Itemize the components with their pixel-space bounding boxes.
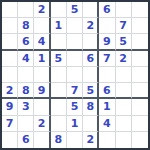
cell-r9c7[interactable] (99, 132, 115, 148)
given-digit-r8c7[interactable]: 4 (99, 116, 115, 132)
cell-r1c8[interactable] (116, 2, 132, 18)
cell-r3c4[interactable] (51, 34, 67, 50)
given-digit-r8c1[interactable]: 7 (2, 116, 18, 132)
cell-r1c4[interactable] (51, 2, 67, 18)
given-digit-r1c3[interactable]: 2 (34, 2, 50, 18)
given-digit-r4c8[interactable]: 2 (116, 51, 132, 67)
cell-r8c8[interactable] (116, 116, 132, 132)
cell-r2c5[interactable] (67, 18, 83, 34)
given-digit-r4c4[interactable]: 5 (51, 51, 67, 67)
given-digit-r6c6[interactable]: 5 (83, 83, 99, 99)
given-digit-r9c6[interactable]: 2 (83, 132, 99, 148)
given-digit-r2c8[interactable]: 7 (116, 18, 132, 34)
given-digit-r7c2[interactable]: 3 (18, 99, 34, 115)
sudoku-board: 25681276495415672289756935817214682 (0, 0, 150, 150)
cell-r7c3[interactable] (34, 99, 50, 115)
cell-r4c1[interactable] (2, 51, 18, 67)
cell-r8c4[interactable] (51, 116, 67, 132)
cell-r5c9[interactable] (132, 67, 148, 83)
given-digit-r7c6[interactable]: 8 (83, 99, 99, 115)
cell-r6c4[interactable] (51, 83, 67, 99)
cell-r4c9[interactable] (132, 51, 148, 67)
given-digit-r7c5[interactable]: 5 (67, 99, 83, 115)
cell-r5c5[interactable] (67, 67, 83, 83)
cell-r5c4[interactable] (51, 67, 67, 83)
given-digit-r6c3[interactable]: 9 (34, 83, 50, 99)
cell-r5c7[interactable] (99, 67, 115, 83)
cell-r8c6[interactable] (83, 116, 99, 132)
given-digit-r6c5[interactable]: 7 (67, 83, 83, 99)
given-digit-r3c8[interactable]: 5 (116, 34, 132, 50)
cell-r8c9[interactable] (132, 116, 148, 132)
cell-r2c7[interactable] (99, 18, 115, 34)
cell-r2c1[interactable] (2, 18, 18, 34)
cell-r5c6[interactable] (83, 67, 99, 83)
cell-r7c8[interactable] (116, 99, 132, 115)
given-digit-r9c4[interactable]: 8 (51, 132, 67, 148)
given-digit-r1c5[interactable]: 5 (67, 2, 83, 18)
cell-r3c1[interactable] (2, 34, 18, 50)
given-digit-r8c3[interactable]: 2 (34, 116, 50, 132)
cell-r6c8[interactable] (116, 83, 132, 99)
cell-r7c9[interactable] (132, 99, 148, 115)
cell-r3c6[interactable] (83, 34, 99, 50)
given-digit-r9c2[interactable]: 6 (18, 132, 34, 148)
given-digit-r7c7[interactable]: 1 (99, 99, 115, 115)
cell-r6c9[interactable] (132, 83, 148, 99)
cell-r1c1[interactable] (2, 2, 18, 18)
given-digit-r6c2[interactable]: 8 (18, 83, 34, 99)
given-digit-r8c5[interactable]: 1 (67, 116, 83, 132)
cell-r2c3[interactable] (34, 18, 50, 34)
given-digit-r3c3[interactable]: 4 (34, 34, 50, 50)
cell-r3c9[interactable] (132, 34, 148, 50)
cell-r9c1[interactable] (2, 132, 18, 148)
cell-r9c5[interactable] (67, 132, 83, 148)
cell-r1c9[interactable] (132, 2, 148, 18)
given-digit-r3c7[interactable]: 9 (99, 34, 115, 50)
cell-r1c6[interactable] (83, 2, 99, 18)
cell-r9c8[interactable] (116, 132, 132, 148)
cell-r5c3[interactable] (34, 67, 50, 83)
given-digit-r4c6[interactable]: 6 (83, 51, 99, 67)
given-digit-r2c6[interactable]: 2 (83, 18, 99, 34)
given-digit-r2c2[interactable]: 8 (18, 18, 34, 34)
given-digit-r2c4[interactable]: 1 (51, 18, 67, 34)
cell-r9c3[interactable] (34, 132, 50, 148)
cell-r7c4[interactable] (51, 99, 67, 115)
cell-r5c1[interactable] (2, 67, 18, 83)
cell-r1c2[interactable] (18, 2, 34, 18)
cell-r2c9[interactable] (132, 18, 148, 34)
cell-r3c5[interactable] (67, 34, 83, 50)
given-digit-r6c1[interactable]: 2 (2, 83, 18, 99)
cell-r4c5[interactable] (67, 51, 83, 67)
cell-r8c2[interactable] (18, 116, 34, 132)
given-digit-r4c7[interactable]: 7 (99, 51, 115, 67)
cell-r5c8[interactable] (116, 67, 132, 83)
given-digit-r3c2[interactable]: 6 (18, 34, 34, 50)
given-digit-r7c1[interactable]: 9 (2, 99, 18, 115)
given-digit-r6c7[interactable]: 6 (99, 83, 115, 99)
given-digit-r4c3[interactable]: 1 (34, 51, 50, 67)
given-digit-r4c2[interactable]: 4 (18, 51, 34, 67)
cell-r5c2[interactable] (18, 67, 34, 83)
given-digit-r1c7[interactable]: 6 (99, 2, 115, 18)
